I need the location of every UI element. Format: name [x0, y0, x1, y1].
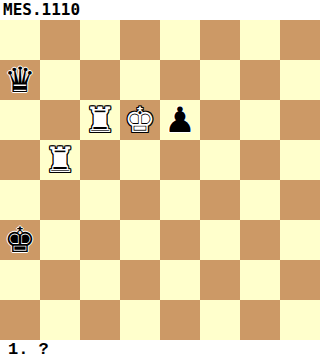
square-c7[interactable] [80, 60, 120, 100]
square-h7[interactable] [280, 60, 320, 100]
square-g1[interactable] [240, 300, 280, 340]
white-rook-piece: ♜ [44, 140, 75, 180]
square-c6[interactable]: ♜ [80, 100, 120, 140]
square-e3[interactable] [160, 220, 200, 260]
square-a4[interactable] [0, 180, 40, 220]
square-a1[interactable] [0, 300, 40, 340]
square-g8[interactable] [240, 20, 280, 60]
square-h5[interactable] [280, 140, 320, 180]
square-g3[interactable] [240, 220, 280, 260]
square-e6[interactable]: ♟ [160, 100, 200, 140]
square-f1[interactable] [200, 300, 240, 340]
square-b7[interactable] [40, 60, 80, 100]
move-prompt: 1. ? [8, 340, 49, 360]
square-a3[interactable]: ♚ [0, 220, 40, 260]
square-b5[interactable]: ♜ [40, 140, 80, 180]
square-b8[interactable] [40, 20, 80, 60]
square-f7[interactable] [200, 60, 240, 100]
square-g6[interactable] [240, 100, 280, 140]
square-e4[interactable] [160, 180, 200, 220]
square-d4[interactable] [120, 180, 160, 220]
square-e2[interactable] [160, 260, 200, 300]
square-b1[interactable] [40, 300, 80, 340]
square-b3[interactable] [40, 220, 80, 260]
square-d1[interactable] [120, 300, 160, 340]
diagram-title: MES.1110 [3, 0, 80, 20]
chess-diagram-page: MES.1110 ♛♜♚♟♜♚ 1. ? [0, 0, 320, 360]
square-e1[interactable] [160, 300, 200, 340]
square-g4[interactable] [240, 180, 280, 220]
square-f6[interactable] [200, 100, 240, 140]
square-d3[interactable] [120, 220, 160, 260]
black-pawn-piece: ♟ [164, 100, 195, 140]
square-e8[interactable] [160, 20, 200, 60]
square-d5[interactable] [120, 140, 160, 180]
square-c1[interactable] [80, 300, 120, 340]
square-h2[interactable] [280, 260, 320, 300]
square-d7[interactable] [120, 60, 160, 100]
square-h4[interactable] [280, 180, 320, 220]
square-d6[interactable]: ♚ [120, 100, 160, 140]
square-d2[interactable] [120, 260, 160, 300]
square-a8[interactable] [0, 20, 40, 60]
square-c8[interactable] [80, 20, 120, 60]
black-king-piece: ♚ [4, 220, 35, 260]
square-d8[interactable] [120, 20, 160, 60]
square-g7[interactable] [240, 60, 280, 100]
square-f3[interactable] [200, 220, 240, 260]
white-rook-piece: ♜ [84, 100, 115, 140]
square-f2[interactable] [200, 260, 240, 300]
square-c4[interactable] [80, 180, 120, 220]
diagram-header: MES.1110 [0, 0, 320, 20]
square-a7[interactable]: ♛ [0, 60, 40, 100]
square-a6[interactable] [0, 100, 40, 140]
square-e7[interactable] [160, 60, 200, 100]
square-e5[interactable] [160, 140, 200, 180]
square-f5[interactable] [200, 140, 240, 180]
square-c5[interactable] [80, 140, 120, 180]
black-queen-piece: ♛ [4, 60, 35, 100]
square-h8[interactable] [280, 20, 320, 60]
square-a5[interactable] [0, 140, 40, 180]
white-king-piece: ♚ [124, 100, 155, 140]
square-h3[interactable] [280, 220, 320, 260]
square-h6[interactable] [280, 100, 320, 140]
square-a2[interactable] [0, 260, 40, 300]
square-b4[interactable] [40, 180, 80, 220]
square-c3[interactable] [80, 220, 120, 260]
square-g2[interactable] [240, 260, 280, 300]
square-g5[interactable] [240, 140, 280, 180]
square-f4[interactable] [200, 180, 240, 220]
square-h1[interactable] [280, 300, 320, 340]
square-f8[interactable] [200, 20, 240, 60]
diagram-footer: 1. ? [0, 340, 320, 360]
chess-board: ♛♜♚♟♜♚ [0, 20, 320, 340]
square-c2[interactable] [80, 260, 120, 300]
square-b6[interactable] [40, 100, 80, 140]
square-b2[interactable] [40, 260, 80, 300]
